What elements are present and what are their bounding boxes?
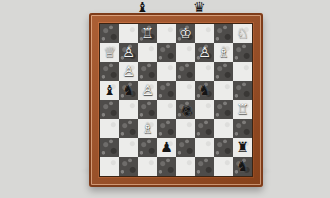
board-cell-a5[interactable]: ♝ — [100, 81, 119, 100]
board-cell-e8[interactable]: ♔ — [176, 24, 195, 43]
board-cell-g4[interactable] — [214, 100, 233, 119]
black-knight-glyph: ♞ — [122, 81, 135, 100]
white-knight-glyph: ♘ — [236, 24, 249, 43]
board-cell-f5[interactable]: ♞ — [195, 81, 214, 100]
board-cell-a6[interactable] — [100, 62, 119, 81]
piece-black-pawn-d2[interactable]: ♟ — [157, 138, 176, 157]
board-cell-a8[interactable] — [100, 24, 119, 43]
board-cell-c1[interactable] — [138, 157, 157, 176]
white-pawn-glyph: ♙ — [122, 43, 135, 62]
board-cell-a3[interactable] — [100, 119, 119, 138]
board-cell-d8[interactable] — [157, 24, 176, 43]
white-rook-glyph: ♖ — [141, 24, 154, 43]
board-cell-h3[interactable] — [233, 119, 252, 138]
chess-board: ♖♔♘♕♙♙♗♙♝♞♙♞♚♖♗♟♜♞ — [89, 13, 263, 187]
board-cell-a2[interactable] — [100, 138, 119, 157]
piece-black-knight-f5[interactable]: ♞ — [195, 81, 214, 100]
board-cell-c5[interactable]: ♙ — [138, 81, 157, 100]
board-cell-e6[interactable] — [176, 62, 195, 81]
board-cell-d3[interactable] — [157, 119, 176, 138]
board-cell-b1[interactable] — [119, 157, 138, 176]
board-cell-b4[interactable] — [119, 100, 138, 119]
piece-white-pawn-b7[interactable]: ♙ — [119, 43, 138, 62]
board-cell-a7[interactable]: ♕ — [100, 43, 119, 62]
board-cell-h5[interactable] — [233, 81, 252, 100]
chess-scene: ♝ ♛ ♖♔♘♕♙♙♗♙♝♞♙♞♚♖♗♟♜♞ — [0, 0, 330, 198]
board-cell-h1[interactable]: ♞ — [233, 157, 252, 176]
board-cell-g7[interactable]: ♗ — [214, 43, 233, 62]
white-pawn-glyph: ♙ — [198, 43, 211, 62]
board-cell-h8[interactable]: ♘ — [233, 24, 252, 43]
board-cell-e1[interactable] — [176, 157, 195, 176]
board-cell-e7[interactable] — [176, 43, 195, 62]
board-cell-h6[interactable] — [233, 62, 252, 81]
black-knight-glyph: ♞ — [198, 81, 211, 100]
white-pawn-glyph: ♙ — [122, 62, 135, 81]
board-cell-h7[interactable] — [233, 43, 252, 62]
black-king-glyph: ♚ — [175, 101, 198, 121]
piece-white-bishop-c3[interactable]: ♗ — [138, 119, 157, 138]
board-cell-c7[interactable] — [138, 43, 157, 62]
board-cell-e4[interactable]: ♚ — [176, 100, 195, 119]
board-cell-b8[interactable] — [119, 24, 138, 43]
piece-white-rook-c8[interactable]: ♖ — [138, 24, 157, 43]
piece-white-pawn-f7[interactable]: ♙ — [195, 43, 214, 62]
board-cell-d1[interactable] — [157, 157, 176, 176]
board-cell-b3[interactable] — [119, 119, 138, 138]
black-bishop-glyph: ♝ — [103, 81, 116, 100]
board-grid: ♖♔♘♕♙♙♗♙♝♞♙♞♚♖♗♟♜♞ — [99, 23, 253, 177]
board-cell-g3[interactable] — [214, 119, 233, 138]
black-pawn-glyph: ♟ — [160, 138, 173, 157]
white-queen-glyph: ♕ — [103, 43, 116, 62]
board-cell-c4[interactable] — [138, 100, 157, 119]
board-cell-b7[interactable]: ♙ — [119, 43, 138, 62]
white-bishop-glyph: ♗ — [141, 119, 154, 138]
piece-black-rook-h2[interactable]: ♜ — [233, 138, 252, 157]
board-cell-d5[interactable] — [157, 81, 176, 100]
fallen-black-king-e4[interactable]: ♚ — [176, 100, 195, 119]
board-cell-f1[interactable] — [195, 157, 214, 176]
board-cell-d2[interactable]: ♟ — [157, 138, 176, 157]
board-cell-b5[interactable]: ♞ — [119, 81, 138, 100]
board-cell-c2[interactable] — [138, 138, 157, 157]
board-cell-a1[interactable] — [100, 157, 119, 176]
piece-black-knight-b5[interactable]: ♞ — [119, 81, 138, 100]
board-cell-f4[interactable] — [195, 100, 214, 119]
white-pawn-glyph: ♙ — [141, 81, 154, 100]
board-cell-f6[interactable] — [195, 62, 214, 81]
board-cell-d6[interactable] — [157, 62, 176, 81]
board-cell-e5[interactable] — [176, 81, 195, 100]
piece-black-knight-h1[interactable]: ♞ — [233, 157, 252, 176]
board-cell-g1[interactable] — [214, 157, 233, 176]
black-knight-glyph: ♞ — [236, 157, 249, 176]
white-bishop-glyph: ♗ — [217, 43, 230, 62]
piece-white-king-e8[interactable]: ♔ — [176, 24, 195, 43]
board-cell-c3[interactable]: ♗ — [138, 119, 157, 138]
board-cell-g6[interactable] — [214, 62, 233, 81]
white-rook-glyph: ♖ — [236, 100, 249, 119]
piece-white-knight-h8[interactable]: ♘ — [233, 24, 252, 43]
piece-white-bishop-g7[interactable]: ♗ — [214, 43, 233, 62]
piece-white-queen-a7[interactable]: ♕ — [100, 43, 119, 62]
piece-white-pawn-c5[interactable]: ♙ — [138, 81, 157, 100]
piece-black-bishop-a5[interactable]: ♝ — [100, 81, 119, 100]
board-cell-b6[interactable]: ♙ — [119, 62, 138, 81]
board-cell-f2[interactable] — [195, 138, 214, 157]
board-cell-d7[interactable] — [157, 43, 176, 62]
board-cell-g8[interactable] — [214, 24, 233, 43]
board-cell-h4[interactable]: ♖ — [233, 100, 252, 119]
board-cell-e3[interactable] — [176, 119, 195, 138]
board-cell-c6[interactable] — [138, 62, 157, 81]
board-cell-f3[interactable] — [195, 119, 214, 138]
board-cell-e2[interactable] — [176, 138, 195, 157]
board-cell-f8[interactable] — [195, 24, 214, 43]
board-cell-a4[interactable] — [100, 100, 119, 119]
board-cell-f7[interactable]: ♙ — [195, 43, 214, 62]
board-cell-d4[interactable] — [157, 100, 176, 119]
board-cell-c8[interactable]: ♖ — [138, 24, 157, 43]
board-cell-g2[interactable] — [214, 138, 233, 157]
board-cell-b2[interactable] — [119, 138, 138, 157]
piece-white-pawn-b6[interactable]: ♙ — [119, 62, 138, 81]
piece-white-rook-h4[interactable]: ♖ — [233, 100, 252, 119]
white-king-glyph: ♔ — [179, 24, 192, 43]
board-cell-h2[interactable]: ♜ — [233, 138, 252, 157]
board-cell-g5[interactable] — [214, 81, 233, 100]
black-rook-glyph: ♜ — [236, 138, 249, 157]
